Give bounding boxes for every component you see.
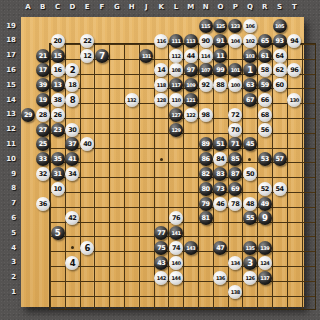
stone-q4[interactable]: 135: [243, 241, 257, 255]
stone-k5[interactable]: 77: [154, 226, 168, 240]
app-background: { "game": "go", "board_size": 19, "diagr…: [0, 0, 320, 320]
stone-r14[interactable]: 66: [258, 93, 272, 107]
stone-m15[interactable]: 109: [184, 78, 198, 92]
column-label-n: N: [198, 3, 213, 11]
stone-s16[interactable]: 62: [273, 63, 287, 77]
stone-d16[interactable]: 2: [65, 63, 79, 77]
stone-k4[interactable]: 75: [154, 241, 168, 255]
stone-r3[interactable]: 124: [258, 256, 272, 270]
stone-n10[interactable]: 86: [199, 152, 213, 166]
stone-b12[interactable]: 27: [36, 123, 50, 137]
stone-t18[interactable]: 94: [287, 34, 301, 48]
stone-o16[interactable]: 99: [213, 63, 227, 77]
stone-n6[interactable]: 81: [199, 211, 213, 225]
stone-n16[interactable]: 107: [199, 63, 213, 77]
stone-l15[interactable]: 117: [169, 78, 183, 92]
stone-c15[interactable]: 13: [51, 78, 65, 92]
stone-l6[interactable]: 76: [169, 211, 183, 225]
stone-q11[interactable]: 45: [243, 137, 257, 151]
stone-e17[interactable]: 12: [80, 49, 94, 63]
star-point-k10: [160, 158, 163, 161]
stone-b13[interactable]: 28: [36, 108, 50, 122]
stone-s8[interactable]: 54: [273, 182, 287, 196]
stone-p1[interactable]: 138: [228, 285, 242, 299]
stone-m17[interactable]: 44: [184, 49, 198, 63]
stone-p16[interactable]: 101: [228, 63, 242, 77]
column-label-l: L: [169, 3, 184, 11]
stone-r18[interactable]: 65: [258, 34, 272, 48]
stone-r15[interactable]: 59: [258, 78, 272, 92]
column-label-t: T: [287, 3, 302, 11]
column-label-s: S: [272, 3, 287, 11]
stone-q19[interactable]: 106: [243, 19, 257, 33]
stone-c8[interactable]: 10: [51, 182, 65, 196]
stone-a13[interactable]: 29: [21, 108, 35, 122]
stone-o10[interactable]: 84: [213, 152, 227, 166]
column-label-e: E: [80, 3, 95, 11]
column-label-q: Q: [243, 3, 258, 11]
row-label-14: 14: [0, 93, 16, 108]
stone-q6[interactable]: 55: [243, 211, 257, 225]
stone-p19[interactable]: 123: [228, 19, 242, 33]
stone-l14[interactable]: 110: [169, 93, 183, 107]
stone-k14[interactable]: 128: [154, 93, 168, 107]
board-intersections[interactable]: 1151251231061052022116111113909110410265…: [21, 19, 302, 300]
stone-n19[interactable]: 115: [199, 19, 213, 33]
stone-k3[interactable]: 43: [154, 256, 168, 270]
row-label-7: 7: [0, 196, 16, 211]
stone-s18[interactable]: 93: [273, 34, 287, 48]
stone-m16[interactable]: 97: [184, 63, 198, 77]
column-label-m: M: [183, 3, 198, 11]
stone-q17[interactable]: 103: [243, 49, 257, 63]
row-label-6: 6: [0, 211, 16, 226]
column-label-h: H: [124, 3, 139, 11]
stone-r13[interactable]: 68: [258, 108, 272, 122]
stone-p3[interactable]: 134: [228, 256, 242, 270]
row-label-16: 16: [0, 63, 16, 78]
stone-o2[interactable]: 136: [213, 271, 227, 285]
stone-c10[interactable]: 35: [51, 152, 65, 166]
stone-d11[interactable]: 37: [65, 137, 79, 151]
row-label-9: 9: [0, 167, 16, 182]
stone-l16[interactable]: 108: [169, 63, 183, 77]
star-point-q10: [248, 158, 251, 161]
row-label-13: 13: [0, 107, 16, 122]
stone-l13[interactable]: 127: [169, 108, 183, 122]
stone-d10[interactable]: 41: [65, 152, 79, 166]
stone-p9[interactable]: 87: [228, 167, 242, 181]
stone-r16[interactable]: 58: [258, 63, 272, 77]
column-label-f: F: [95, 3, 110, 11]
stone-n8[interactable]: 80: [199, 182, 213, 196]
stone-q2[interactable]: 126: [243, 271, 257, 285]
column-label-d: D: [65, 3, 80, 11]
stone-q15[interactable]: 63: [243, 78, 257, 92]
row-label-3: 3: [0, 255, 16, 270]
stone-c14[interactable]: 38: [51, 93, 65, 107]
stone-q3[interactable]: 3: [243, 256, 257, 270]
stone-l17[interactable]: 112: [169, 49, 183, 63]
stone-l4[interactable]: 74: [169, 241, 183, 255]
stone-b11[interactable]: 25: [36, 137, 50, 151]
stone-r7[interactable]: 49: [258, 197, 272, 211]
stone-l3[interactable]: 140: [169, 256, 183, 270]
stone-s17[interactable]: 64: [273, 49, 287, 63]
stone-l2[interactable]: 144: [169, 271, 183, 285]
row-label-4: 4: [0, 241, 16, 256]
column-label-c: C: [50, 3, 65, 11]
stone-t16[interactable]: 96: [287, 63, 301, 77]
stone-q7[interactable]: 48: [243, 197, 257, 211]
stone-p7[interactable]: 78: [228, 197, 242, 211]
stone-b17[interactable]: 21: [36, 49, 50, 63]
stone-o18[interactable]: 91: [213, 34, 227, 48]
stone-h14[interactable]: 132: [125, 93, 139, 107]
stone-d12[interactable]: 30: [65, 123, 79, 137]
stone-p11[interactable]: 71: [228, 137, 242, 151]
row-label-17: 17: [0, 48, 16, 63]
column-label-p: P: [228, 3, 243, 11]
row-label-2: 2: [0, 270, 16, 285]
column-label-o: O: [213, 3, 228, 11]
stone-c9[interactable]: 31: [51, 167, 65, 181]
stone-b7[interactable]: 36: [36, 197, 50, 211]
stone-q14[interactable]: 67: [243, 93, 257, 107]
stone-f17[interactable]: 7: [95, 49, 109, 63]
stone-l5[interactable]: 141: [169, 226, 183, 240]
stone-k15[interactable]: 118: [154, 78, 168, 92]
stone-c17[interactable]: 15: [51, 49, 65, 63]
stone-q9[interactable]: 50: [243, 167, 257, 181]
stone-p10[interactable]: 85: [228, 152, 242, 166]
stone-q18[interactable]: 102: [243, 34, 257, 48]
stone-n17[interactable]: 114: [199, 49, 213, 63]
stone-k18[interactable]: 116: [154, 34, 168, 48]
stone-n11[interactable]: 89: [199, 137, 213, 151]
row-label-15: 15: [0, 78, 16, 93]
stone-c12[interactable]: 23: [51, 123, 65, 137]
row-label-11: 11: [0, 137, 16, 152]
stone-n7[interactable]: 79: [199, 197, 213, 211]
stone-o19[interactable]: 125: [213, 19, 227, 33]
stone-s15[interactable]: 60: [273, 78, 287, 92]
stone-r8[interactable]: 52: [258, 182, 272, 196]
stone-s10[interactable]: 57: [273, 152, 287, 166]
column-label-j: J: [139, 3, 154, 11]
stone-d9[interactable]: 34: [65, 167, 79, 181]
stone-m4[interactable]: 143: [184, 241, 198, 255]
stone-r2[interactable]: 137: [258, 271, 272, 285]
stone-q16[interactable]: 1: [243, 63, 257, 77]
row-label-10: 10: [0, 152, 16, 167]
stone-r6[interactable]: 9: [258, 211, 272, 225]
stone-b10[interactable]: 33: [36, 152, 50, 166]
stone-n18[interactable]: 90: [199, 34, 213, 48]
column-label-g: G: [109, 3, 124, 11]
stone-r17[interactable]: 61: [258, 49, 272, 63]
row-label-5: 5: [0, 226, 16, 241]
stone-o15[interactable]: 88: [213, 78, 227, 92]
stone-o8[interactable]: 73: [213, 182, 227, 196]
stone-p8[interactable]: 69: [228, 182, 242, 196]
stone-d6[interactable]: 42: [65, 211, 79, 225]
column-label-k: K: [154, 3, 169, 11]
stone-r12[interactable]: 56: [258, 123, 272, 137]
row-label-8: 8: [0, 181, 16, 196]
stone-e4[interactable]: 6: [80, 241, 94, 255]
star-point-d4: [71, 246, 74, 249]
row-label-12: 12: [0, 122, 16, 137]
stone-e11[interactable]: 40: [80, 137, 94, 151]
stone-l18[interactable]: 111: [169, 34, 183, 48]
stone-d15[interactable]: 18: [65, 78, 79, 92]
stone-k16[interactable]: 14: [154, 63, 168, 77]
stone-r10[interactable]: 53: [258, 152, 272, 166]
stone-c16[interactable]: 16: [51, 63, 65, 77]
stone-b9[interactable]: 32: [36, 167, 50, 181]
stone-n13[interactable]: 98: [199, 108, 213, 122]
stone-b14[interactable]: 19: [36, 93, 50, 107]
stone-c13[interactable]: 26: [51, 108, 65, 122]
stone-b15[interactable]: 39: [36, 78, 50, 92]
stone-n9[interactable]: 82: [199, 167, 213, 181]
row-label-1: 1: [0, 285, 16, 300]
stone-m18[interactable]: 113: [184, 34, 198, 48]
stone-l12[interactable]: 129: [169, 123, 183, 137]
column-label-b: B: [35, 3, 50, 11]
stone-c5[interactable]: 5: [51, 226, 65, 240]
stone-m14[interactable]: 121: [184, 93, 198, 107]
stone-s19[interactable]: 105: [273, 19, 287, 33]
column-label-a: A: [21, 3, 36, 11]
row-label-19: 19: [0, 19, 16, 34]
stone-p15[interactable]: 100: [228, 78, 242, 92]
stone-d3[interactable]: 4: [65, 256, 79, 270]
stone-d14[interactable]: 8: [65, 93, 79, 107]
stone-n15[interactable]: 92: [199, 78, 213, 92]
stone-t14[interactable]: 130: [287, 93, 301, 107]
stone-r4[interactable]: 139: [258, 241, 272, 255]
stone-p13[interactable]: 72: [228, 108, 242, 122]
stone-p18[interactable]: 104: [228, 34, 242, 48]
stone-m13[interactable]: 122: [184, 108, 198, 122]
column-label-r: R: [257, 3, 272, 11]
stone-k2[interactable]: 142: [154, 271, 168, 285]
stone-o11[interactable]: 51: [213, 137, 227, 151]
stone-o17[interactable]: 11: [213, 49, 227, 63]
stone-e18[interactable]: 22: [80, 34, 94, 48]
stone-b16[interactable]: 17: [36, 63, 50, 77]
stone-o9[interactable]: 83: [213, 167, 227, 181]
stone-c18[interactable]: 20: [51, 34, 65, 48]
stone-o4[interactable]: 47: [213, 241, 227, 255]
stone-p12[interactable]: 70: [228, 123, 242, 137]
row-label-18: 18: [0, 33, 16, 48]
stone-o7[interactable]: 46: [213, 197, 227, 211]
stone-j17[interactable]: 131: [139, 49, 153, 63]
